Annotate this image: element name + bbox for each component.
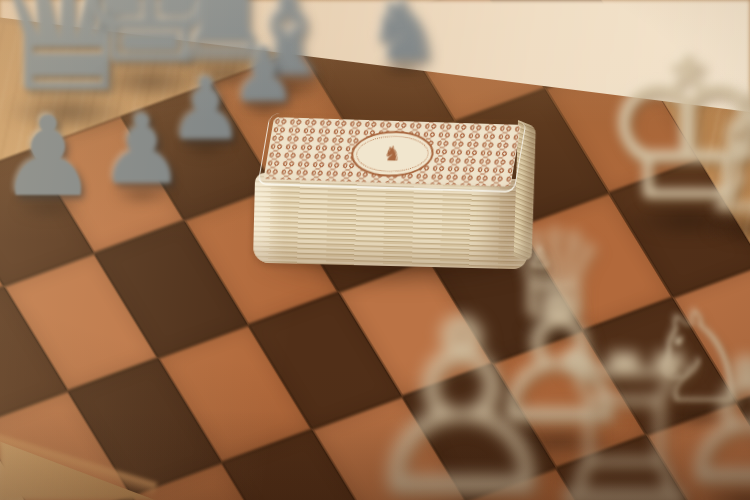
chess-piece-gray[interactable]: ♞ bbox=[366, 0, 442, 72]
chess-piece-gray[interactable]: ♟ bbox=[231, 38, 297, 112]
chess-piece-cream[interactable]: ♙ bbox=[672, 338, 750, 500]
photo-scene: ♞ ♛♚♜♝♞♟♟♟♟♔♗♘♕♙♙♖♙♙ bbox=[0, 0, 750, 500]
chess-piece-gray[interactable]: ♟ bbox=[0, 102, 97, 212]
chess-piece-cream[interactable]: ♙ bbox=[527, 244, 552, 272]
pieces-layer: ♛♚♜♝♞♟♟♟♟♔♗♘♕♙♙♖♙♙ bbox=[0, 0, 750, 500]
chess-piece-cream[interactable]: ♗ bbox=[680, 75, 750, 235]
